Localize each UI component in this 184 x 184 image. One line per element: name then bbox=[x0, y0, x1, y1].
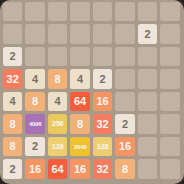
tile-value: 64 bbox=[51, 164, 63, 175]
tile-2-r8c1: 2 bbox=[3, 159, 22, 178]
empty-cell-r2c2 bbox=[25, 24, 44, 43]
tile-256-r6c3: 256 bbox=[48, 114, 67, 133]
tile-8-r5c2: 8 bbox=[25, 92, 44, 111]
tile-4-r5c3: 4 bbox=[48, 92, 67, 111]
tile-16-r8c2: 16 bbox=[25, 159, 44, 178]
tile-value: 128 bbox=[97, 143, 109, 151]
empty-cell-r2c8 bbox=[160, 24, 179, 43]
tile-value: 2 bbox=[32, 141, 38, 152]
tile-value: 8 bbox=[10, 119, 16, 130]
tile-2048-r7c4: 2048 bbox=[70, 137, 89, 156]
tile-128-r7c3: 128 bbox=[48, 137, 67, 156]
tile-value: 4 bbox=[10, 96, 16, 107]
empty-cell-r3c2 bbox=[25, 47, 44, 66]
tile-value: 2 bbox=[10, 51, 16, 62]
tile-value: 2 bbox=[10, 164, 16, 175]
tile-2-r7c2: 2 bbox=[25, 137, 44, 156]
tile-4-r5c1: 4 bbox=[3, 92, 22, 111]
tile-value: 32 bbox=[96, 164, 108, 175]
tile-8-r4c3: 8 bbox=[48, 69, 67, 88]
empty-cell-r3c8 bbox=[160, 47, 179, 66]
tile-value: 2 bbox=[122, 119, 128, 130]
tile-16-r7c6: 16 bbox=[115, 137, 134, 156]
empty-cell-r3c4 bbox=[70, 47, 89, 66]
empty-cell-r3c7 bbox=[138, 47, 157, 66]
empty-cell-r6c7 bbox=[138, 114, 157, 133]
empty-cell-r1c7 bbox=[138, 2, 157, 21]
tile-8-r6c4: 8 bbox=[70, 114, 89, 133]
empty-cell-r3c5 bbox=[93, 47, 112, 66]
empty-cell-r1c8 bbox=[160, 2, 179, 21]
tile-8-r6c1: 8 bbox=[3, 114, 22, 133]
tile-value: 32 bbox=[7, 74, 19, 85]
empty-cell-r5c8 bbox=[160, 92, 179, 111]
tile-32-r4c1: 32 bbox=[3, 69, 22, 88]
empty-cell-r1c3 bbox=[48, 2, 67, 21]
tile-value: 2048 bbox=[74, 144, 86, 150]
empty-cell-r1c4 bbox=[70, 2, 89, 21]
tile-value: 4 bbox=[32, 74, 38, 85]
tile-2-r3c1: 2 bbox=[3, 47, 22, 66]
tile-64-r8c3: 64 bbox=[48, 159, 67, 178]
empty-cell-r5c6 bbox=[115, 92, 134, 111]
tile-32-r6c5: 32 bbox=[93, 114, 112, 133]
empty-cell-r1c5 bbox=[93, 2, 112, 21]
empty-cell-r2c4 bbox=[70, 24, 89, 43]
tile-value: 16 bbox=[29, 164, 41, 175]
game-board-2048[interactable]: 2232484248464168409625683228212820481281… bbox=[0, 0, 184, 184]
empty-cell-r7c7 bbox=[138, 137, 157, 156]
empty-cell-r4c8 bbox=[160, 69, 179, 88]
empty-cell-r1c6 bbox=[115, 2, 134, 21]
tile-value: 2 bbox=[100, 74, 106, 85]
empty-cell-r3c6 bbox=[115, 47, 134, 66]
empty-cell-r5c7 bbox=[138, 92, 157, 111]
empty-cell-r2c6 bbox=[115, 24, 134, 43]
tile-value: 4 bbox=[77, 74, 83, 85]
tile-value: 128 bbox=[52, 143, 64, 151]
tile-value: 16 bbox=[96, 96, 108, 107]
tile-value: 8 bbox=[55, 74, 61, 85]
tile-4-r4c2: 4 bbox=[25, 69, 44, 88]
empty-cell-r8c7 bbox=[138, 159, 157, 178]
tile-64-r5c4: 64 bbox=[70, 92, 89, 111]
tile-value: 16 bbox=[119, 141, 131, 152]
tile-8-r7c1: 8 bbox=[3, 137, 22, 156]
app-background: 2232484248464168409625683228212820481281… bbox=[0, 0, 184, 184]
empty-cell-r6c8 bbox=[160, 114, 179, 133]
empty-cell-r4c7 bbox=[138, 69, 157, 88]
tile-8-r8c6: 8 bbox=[115, 159, 134, 178]
tile-2-r2c7: 2 bbox=[138, 24, 157, 43]
empty-cell-r1c2 bbox=[25, 2, 44, 21]
tile-value: 8 bbox=[122, 164, 128, 175]
tile-128-r7c5: 128 bbox=[93, 137, 112, 156]
empty-cell-r7c8 bbox=[160, 137, 179, 156]
empty-cell-r8c8 bbox=[160, 159, 179, 178]
tile-16-r8c4: 16 bbox=[70, 159, 89, 178]
empty-cell-r4c6 bbox=[115, 69, 134, 88]
tile-value: 8 bbox=[77, 119, 83, 130]
empty-cell-r2c3 bbox=[48, 24, 67, 43]
tile-grid: 2232484248464168409625683228212820481281… bbox=[3, 2, 180, 179]
tile-16-r5c5: 16 bbox=[93, 92, 112, 111]
tile-value: 16 bbox=[74, 164, 86, 175]
empty-cell-r2c5 bbox=[93, 24, 112, 43]
tile-value: 256 bbox=[52, 120, 64, 128]
tile-value: 32 bbox=[96, 119, 108, 130]
tile-32-r8c5: 32 bbox=[93, 159, 112, 178]
tile-value: 64 bbox=[74, 96, 86, 107]
tile-value: 4 bbox=[55, 96, 61, 107]
empty-cell-r2c1 bbox=[3, 24, 22, 43]
tile-4-r4c4: 4 bbox=[70, 69, 89, 88]
tile-2-r6c6: 2 bbox=[115, 114, 134, 133]
tile-2-r4c5: 2 bbox=[93, 69, 112, 88]
empty-cell-r3c3 bbox=[48, 47, 67, 66]
tile-value: 4096 bbox=[29, 121, 41, 127]
tile-value: 8 bbox=[32, 96, 38, 107]
empty-cell-r1c1 bbox=[3, 2, 22, 21]
tile-value: 8 bbox=[10, 141, 16, 152]
tile-value: 2 bbox=[144, 29, 150, 40]
tile-4096-r6c2: 4096 bbox=[25, 114, 44, 133]
